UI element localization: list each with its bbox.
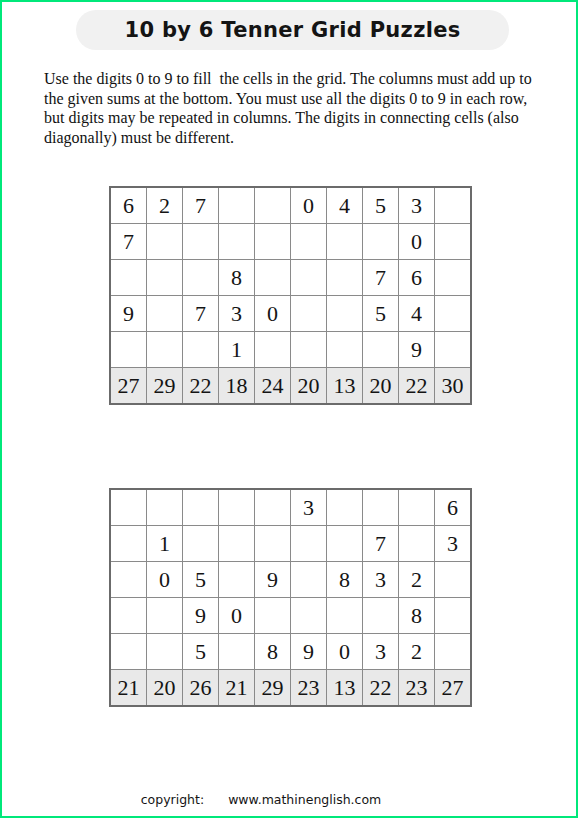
page-title: 10 by 6 Tenner Grid Puzzles [124, 18, 460, 42]
tenner-grid-1: 6270453708769730541927292218242013202230 [109, 186, 472, 405]
grid-cell [291, 598, 326, 633]
grid-cell [111, 260, 146, 295]
copyright-footer: copyright:www.mathinenglish.com [0, 792, 548, 807]
grid-cell [183, 526, 218, 561]
grid-cell [111, 526, 146, 561]
sum-cell: 23 [399, 670, 434, 705]
grid-cell: 7 [363, 526, 398, 561]
worksheet-page: 10 by 6 Tenner Grid Puzzles Use the digi… [0, 0, 578, 818]
grid-cell [219, 634, 254, 669]
grid-cell: 8 [327, 562, 362, 597]
grid-cell [363, 598, 398, 633]
grid-cell [327, 260, 362, 295]
grid-cell [147, 332, 182, 367]
grid-cell: 3 [435, 526, 470, 561]
grid-cell [147, 260, 182, 295]
grid-cell: 0 [255, 296, 290, 331]
sum-cell: 18 [219, 368, 254, 403]
grid-cell: 2 [399, 634, 434, 669]
grid-cell [435, 332, 470, 367]
grid-cell [435, 260, 470, 295]
grid-cell [291, 260, 326, 295]
sum-cell: 22 [399, 368, 434, 403]
sum-cell: 13 [327, 368, 362, 403]
instructions-line: diagonally) must be different. [44, 128, 549, 148]
grid-cell [255, 526, 290, 561]
grid-cell [111, 562, 146, 597]
grid-cell [327, 296, 362, 331]
grid-cell [435, 224, 470, 259]
grid-cell: 7 [183, 296, 218, 331]
grid-cell [147, 296, 182, 331]
grid-cell [147, 490, 182, 525]
grid-cell [399, 490, 434, 525]
grid-cell: 3 [363, 634, 398, 669]
title-banner: 10 by 6 Tenner Grid Puzzles [76, 10, 509, 50]
grid-cell [219, 188, 254, 223]
grid-cell: 0 [327, 634, 362, 669]
grid-cell [111, 634, 146, 669]
grid-cell [291, 224, 326, 259]
grid-cell: 1 [147, 526, 182, 561]
grid-cell [327, 332, 362, 367]
grid-cell: 6 [111, 188, 146, 223]
grid-cell: 2 [147, 188, 182, 223]
grid-cell [147, 634, 182, 669]
sum-cell: 21 [111, 670, 146, 705]
sum-cell: 22 [183, 368, 218, 403]
grid-cell [327, 526, 362, 561]
sum-cell: 21 [219, 670, 254, 705]
instructions-line: the given sums at the bottom. You must u… [44, 89, 549, 109]
sum-cell: 20 [147, 670, 182, 705]
sum-cell: 13 [327, 670, 362, 705]
copyright-label: copyright: [141, 792, 204, 807]
grid-cell [363, 332, 398, 367]
sum-cell: 29 [147, 368, 182, 403]
grid-cell [111, 332, 146, 367]
grid-cell: 0 [399, 224, 434, 259]
grid-cell: 9 [183, 598, 218, 633]
grid-cell: 8 [399, 598, 434, 633]
sum-cell: 22 [363, 670, 398, 705]
grid-cell [147, 224, 182, 259]
grid-cell [183, 490, 218, 525]
grid-cell: 7 [363, 260, 398, 295]
sum-cell: 29 [255, 670, 290, 705]
grid-cell: 6 [399, 260, 434, 295]
grid-cell [111, 490, 146, 525]
grid-cell [183, 332, 218, 367]
grid-cell: 0 [219, 598, 254, 633]
grid-cell [183, 224, 218, 259]
grid-cell: 3 [399, 188, 434, 223]
instructions-line: Use the digits 0 to 9 to fill the cells … [44, 69, 549, 89]
grid-cell [435, 598, 470, 633]
sum-cell: 23 [291, 670, 326, 705]
website-url: www.mathinenglish.com [228, 792, 381, 807]
grid-cell: 3 [363, 562, 398, 597]
grid-cell [291, 526, 326, 561]
grid-cell: 3 [291, 490, 326, 525]
grid-cell [291, 562, 326, 597]
grid-cell [435, 296, 470, 331]
grid-cell [327, 598, 362, 633]
grid-cell [219, 224, 254, 259]
instructions-line: but digits may be repeated in columns. T… [44, 108, 549, 128]
grid-cell [363, 490, 398, 525]
sum-cell: 24 [255, 368, 290, 403]
grid-cell [291, 332, 326, 367]
grid-cell [255, 224, 290, 259]
grid-cell [219, 562, 254, 597]
sum-cell: 20 [291, 368, 326, 403]
grid-cell [255, 490, 290, 525]
grid-cell: 0 [291, 188, 326, 223]
grid-cell: 1 [219, 332, 254, 367]
grid-cell: 4 [327, 188, 362, 223]
grid-cell [255, 188, 290, 223]
grid-cell: 5 [363, 296, 398, 331]
grid-cell [291, 296, 326, 331]
grid-cell: 8 [255, 634, 290, 669]
grid-cell [147, 598, 182, 633]
grid-cell [435, 634, 470, 669]
grid-cell [255, 598, 290, 633]
sum-cell: 27 [111, 368, 146, 403]
grid-cell [327, 224, 362, 259]
grid-cell: 9 [111, 296, 146, 331]
grid-cell: 9 [399, 332, 434, 367]
grid-cell: 4 [399, 296, 434, 331]
grid-cell [435, 188, 470, 223]
grid-cell: 9 [255, 562, 290, 597]
grid-cell [183, 260, 218, 295]
grid-cell: 8 [219, 260, 254, 295]
sum-cell: 20 [363, 368, 398, 403]
grid-cell [399, 526, 434, 561]
sum-cell: 26 [183, 670, 218, 705]
grid-cell [255, 332, 290, 367]
grid-cell: 9 [291, 634, 326, 669]
instructions-text: Use the digits 0 to 9 to fill the cells … [44, 69, 549, 147]
grid-cell [327, 490, 362, 525]
grid-cell [111, 598, 146, 633]
grid-cell: 2 [399, 562, 434, 597]
grid-cell [255, 260, 290, 295]
grid-cell: 6 [435, 490, 470, 525]
sum-cell: 27 [435, 670, 470, 705]
grid-cell [219, 490, 254, 525]
grid-cell: 7 [183, 188, 218, 223]
grid-cell [363, 224, 398, 259]
grid-cell: 5 [183, 562, 218, 597]
grid-cell: 7 [111, 224, 146, 259]
grid-cell [435, 562, 470, 597]
grid-cell: 0 [147, 562, 182, 597]
grid-cell [219, 526, 254, 561]
grid-cell: 5 [183, 634, 218, 669]
tenner-grid-2: 3617305983290858903221202621292313222327 [109, 488, 472, 707]
grid-cell: 3 [219, 296, 254, 331]
sum-cell: 30 [435, 368, 470, 403]
grid-cell: 5 [363, 188, 398, 223]
